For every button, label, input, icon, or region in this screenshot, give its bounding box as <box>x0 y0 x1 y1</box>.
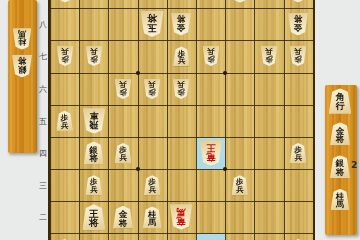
rank-label-2: 二 <box>39 212 47 223</box>
shogi-piece-歩兵[interactable]: 歩兵 <box>290 46 307 66</box>
shogi-piece-歩兵[interactable]: 歩兵 <box>56 46 73 66</box>
shogi-piece-歩兵[interactable]: 歩兵 <box>261 46 278 66</box>
piece-kanji: 将 <box>89 218 99 228</box>
piece-kanji: 兵 <box>294 154 302 162</box>
shogi-piece-歩兵[interactable]: 歩兵 <box>56 111 73 131</box>
piece-kanji: 金 <box>294 23 303 32</box>
shogi-piece-歩兵[interactable]: 歩兵 <box>144 79 161 99</box>
piece-kanji: 馬 <box>177 207 186 216</box>
shogi-piece-歩兵[interactable]: 歩兵 <box>173 46 190 66</box>
piece-kanji: 兵 <box>119 80 127 88</box>
piece-kanji: 将 <box>294 15 303 24</box>
piece-kanji: 将 <box>177 15 186 24</box>
piece-kanji: 将 <box>147 14 157 24</box>
piece-kanji: 兵 <box>148 80 156 88</box>
shogi-piece-竜馬-promoted[interactable]: 竜馬 <box>170 205 193 231</box>
piece-kanji: 将 <box>119 218 128 227</box>
shogi-piece-歩兵[interactable]: 歩兵 <box>173 79 190 99</box>
shogi-piece-香車[interactable]: 香車 <box>56 0 74 3</box>
piece-kanji: 兵 <box>178 80 186 88</box>
piece-kanji: 歩 <box>90 55 98 63</box>
piece-kanji: 兵 <box>207 48 215 56</box>
piece-kanji: 銀 <box>17 65 26 74</box>
piece-kanji: 竜 <box>177 216 186 225</box>
shogi-piece-歩兵[interactable]: 歩兵 <box>144 175 161 195</box>
shogi-piece-飛車[interactable]: 飛車 <box>82 108 105 134</box>
piece-kanji: 歩 <box>207 55 215 63</box>
star-point <box>136 167 140 171</box>
shogi-piece-金将[interactable]: 金将 <box>288 13 309 36</box>
rank-label-8: 八 <box>39 19 47 30</box>
piece-kanji: 王 <box>206 143 215 152</box>
piece-kanji: 歩 <box>61 55 69 63</box>
piece-kanji: 車 <box>89 111 98 120</box>
hand-piece-count: 2 <box>351 160 357 170</box>
shogi-piece-桂馬[interactable]: 桂馬 <box>143 207 162 229</box>
piece-kanji: 将 <box>336 168 345 177</box>
shogi-piece-銀将[interactable]: 銀将 <box>84 141 105 164</box>
shogi-piece-歩兵[interactable]: 歩兵 <box>290 143 307 163</box>
piece-kanji: 馬 <box>148 218 156 226</box>
rank-label-4: 四 <box>39 147 47 158</box>
piece-kanji: 兵 <box>178 57 186 65</box>
shogi-piece-歩兵[interactable]: 歩兵 <box>85 46 102 66</box>
shogi-piece-王将[interactable]: 王将 <box>82 204 106 230</box>
piece-kanji: 兵 <box>61 122 69 130</box>
last-move-highlight <box>196 233 225 240</box>
piece-kanji: 将 <box>90 154 99 163</box>
shogi-piece-歩兵[interactable]: 歩兵 <box>85 175 102 195</box>
shogi-piece-歩兵[interactable]: 歩兵 <box>115 143 132 163</box>
shogi-piece-金将[interactable]: 金将 <box>113 206 134 229</box>
shogi-piece-歩兵[interactable]: 歩兵 <box>231 175 248 195</box>
shogi-board[interactable]: 香車桂馬香車玉将金将金将歩兵歩兵歩兵歩兵歩兵歩兵歩兵歩兵歩兵歩兵飛車銀将歩兵竜王… <box>48 0 315 240</box>
star-point <box>223 71 227 75</box>
shogi-app-screen: 香車桂馬香車玉将金将金将歩兵歩兵歩兵歩兵歩兵歩兵歩兵歩兵歩兵歩兵飛車銀将歩兵竜王… <box>0 0 360 240</box>
piece-kanji: 兵 <box>148 186 156 194</box>
piece-kanji: 将 <box>336 135 345 144</box>
rank-label-3: 三 <box>39 180 47 191</box>
piece-kanji: 歩 <box>294 55 302 63</box>
piece-kanji: 馬 <box>18 30 26 38</box>
piece-kanji: 馬 <box>336 200 344 208</box>
rank-label-5: 五 <box>39 115 47 126</box>
rank-label-7: 七 <box>39 51 47 62</box>
piece-kanji: 兵 <box>236 186 244 194</box>
shogi-piece-玉将[interactable]: 玉将 <box>140 11 164 37</box>
piece-kanji: 桂 <box>18 38 26 46</box>
star-point <box>136 71 140 75</box>
shogi-piece-香車[interactable]: 香車 <box>289 0 307 3</box>
shogi-piece-歩兵[interactable]: 歩兵 <box>202 46 219 66</box>
piece-kanji: 兵 <box>61 48 69 56</box>
piece-kanji: 兵 <box>119 154 127 162</box>
piece-kanji: 歩 <box>265 55 273 63</box>
piece-kanji: 玉 <box>147 23 157 33</box>
shogi-piece-金将[interactable]: 金将 <box>171 13 192 36</box>
shogi-piece-桂馬[interactable]: 桂馬 <box>230 0 249 3</box>
piece-kanji: 行 <box>336 102 345 111</box>
piece-kanji: 金 <box>177 23 186 32</box>
rank-label-6: 六 <box>39 83 47 94</box>
piece-kanji: 兵 <box>90 186 98 194</box>
piece-kanji: 飛 <box>89 120 98 129</box>
piece-kanji: 兵 <box>265 48 273 56</box>
piece-kanji: 竜 <box>206 152 215 161</box>
piece-kanji: 兵 <box>90 48 98 56</box>
shogi-piece-歩兵[interactable]: 歩兵 <box>115 79 132 99</box>
piece-kanji: 兵 <box>294 48 302 56</box>
piece-kanji: 将 <box>17 56 26 65</box>
